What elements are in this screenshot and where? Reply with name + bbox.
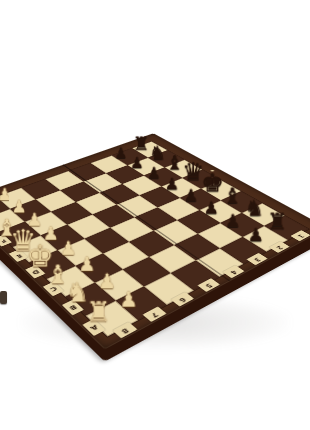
rank-label: 3 xyxy=(252,256,261,262)
rank-label: 5 xyxy=(204,282,214,288)
rank-label: 1 xyxy=(296,233,305,238)
rank-label: 8 xyxy=(120,326,130,334)
rank-label: 7 xyxy=(149,311,159,318)
black-king-finial xyxy=(210,167,214,172)
rank-label: 4 xyxy=(229,269,239,275)
rank-label: 2 xyxy=(275,244,284,249)
piece-black-pawn[interactable]: ♟ xyxy=(240,226,272,244)
box-clasp-icon xyxy=(0,291,7,304)
chess-set-photo: ♜♞♝♛♚♝♞♜♟♟♟♟♟♟♟♟♟♟♟♟♟♟♟♟♜♞♝♛♚♝♞♜ ABCDEFG… xyxy=(0,0,310,430)
piece-white-rook[interactable]: ♜ xyxy=(80,298,118,326)
